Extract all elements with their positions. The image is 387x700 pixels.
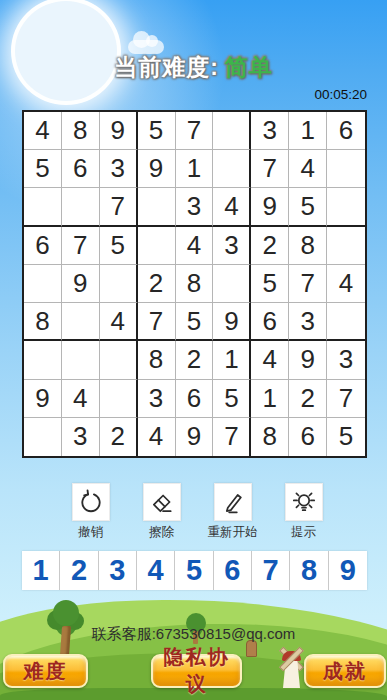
difficulty-label: 当前难度: xyxy=(114,54,219,80)
cell-r1c6[interactable] xyxy=(213,112,251,150)
cell-r7c7[interactable]: 4 xyxy=(251,341,289,379)
numpad-digit-7[interactable]: 7 xyxy=(252,551,290,590)
cell-r6c5[interactable]: 5 xyxy=(176,303,214,341)
cell-r1c5[interactable]: 7 xyxy=(176,112,214,150)
cell-r7c8[interactable]: 9 xyxy=(289,341,327,379)
cell-r2c7[interactable]: 7 xyxy=(251,150,289,188)
cell-r4c6[interactable]: 3 xyxy=(213,227,251,265)
cell-r1c7[interactable]: 3 xyxy=(251,112,289,150)
cell-r4c5[interactable]: 4 xyxy=(176,227,214,265)
cell-r5c6[interactable] xyxy=(213,265,251,303)
cell-r9c8[interactable]: 6 xyxy=(289,418,327,456)
cell-r5c7[interactable]: 5 xyxy=(251,265,289,303)
windmill-cap xyxy=(282,651,301,661)
cell-r3c3[interactable]: 7 xyxy=(100,188,138,226)
numpad-digit-6[interactable]: 6 xyxy=(214,551,252,590)
cell-r9c5[interactable]: 9 xyxy=(176,418,214,456)
cell-r1c2[interactable]: 8 xyxy=(62,112,100,150)
cell-r9c7[interactable]: 8 xyxy=(251,418,289,456)
bulb-icon xyxy=(285,483,323,521)
cell-r4c4[interactable] xyxy=(138,227,176,265)
achievement-button[interactable]: 成就 xyxy=(304,654,386,688)
number-pad: 123456789 xyxy=(22,551,367,590)
cell-r3c5[interactable]: 3 xyxy=(176,188,214,226)
cell-r1c9[interactable]: 6 xyxy=(327,112,365,150)
cell-r1c4[interactable]: 5 xyxy=(138,112,176,150)
eraser-icon xyxy=(143,483,181,521)
erase-button[interactable]: 擦除 xyxy=(131,483,193,541)
cell-r7c2[interactable] xyxy=(62,341,100,379)
cell-r6c8[interactable]: 3 xyxy=(289,303,327,341)
cell-r2c3[interactable]: 3 xyxy=(100,150,138,188)
hint-label: 提示 xyxy=(291,524,316,541)
cell-r8c5[interactable]: 6 xyxy=(176,380,214,418)
cell-r3c4[interactable] xyxy=(138,188,176,226)
cell-r9c2[interactable]: 3 xyxy=(62,418,100,456)
cell-r6c1[interactable]: 8 xyxy=(24,303,62,341)
cell-r4c9[interactable] xyxy=(327,227,365,265)
numpad-digit-8[interactable]: 8 xyxy=(290,551,328,590)
cell-r7c3[interactable] xyxy=(100,341,138,379)
cell-r4c8[interactable]: 8 xyxy=(289,227,327,265)
cell-r8c2[interactable]: 4 xyxy=(62,380,100,418)
cell-r9c4[interactable]: 4 xyxy=(138,418,176,456)
numpad-digit-9[interactable]: 9 xyxy=(329,551,367,590)
difficulty-button[interactable]: 难度 xyxy=(3,654,88,688)
numpad-digit-1[interactable]: 1 xyxy=(22,551,60,590)
privacy-policy-button[interactable]: 隐私协议 xyxy=(151,654,242,688)
cell-r2c1[interactable]: 5 xyxy=(24,150,62,188)
cell-r7c9[interactable]: 3 xyxy=(327,341,365,379)
difficulty-title: 当前难度:简单 xyxy=(0,52,387,83)
cell-r1c8[interactable]: 1 xyxy=(289,112,327,150)
cell-r2c6[interactable] xyxy=(213,150,251,188)
cell-r8c4[interactable]: 3 xyxy=(138,380,176,418)
cell-r8c8[interactable]: 2 xyxy=(289,380,327,418)
cell-r6c2[interactable] xyxy=(62,303,100,341)
cell-r4c7[interactable]: 2 xyxy=(251,227,289,265)
restart-button[interactable]: 重新开始 xyxy=(202,483,264,541)
hint-button[interactable]: 提示 xyxy=(273,483,335,541)
cell-r5c4[interactable]: 2 xyxy=(138,265,176,303)
cell-r8c3[interactable] xyxy=(100,380,138,418)
cell-r5c3[interactable] xyxy=(100,265,138,303)
cell-r3c2[interactable] xyxy=(62,188,100,226)
cell-r2c8[interactable]: 4 xyxy=(289,150,327,188)
cell-r5c9[interactable]: 4 xyxy=(327,265,365,303)
cell-r3c1[interactable] xyxy=(24,188,62,226)
cell-r9c3[interactable]: 2 xyxy=(100,418,138,456)
numpad-digit-2[interactable]: 2 xyxy=(60,551,98,590)
sudoku-board[interactable]: 4895731656391747349567543289285748475963… xyxy=(22,110,367,458)
cell-r9c6[interactable]: 7 xyxy=(213,418,251,456)
cell-r3c9[interactable] xyxy=(327,188,365,226)
cell-r5c8[interactable]: 7 xyxy=(289,265,327,303)
cell-r8c9[interactable]: 7 xyxy=(327,380,365,418)
cell-r6c6[interactable]: 9 xyxy=(213,303,251,341)
cell-r7c5[interactable]: 2 xyxy=(176,341,214,379)
cell-r1c1[interactable]: 4 xyxy=(24,112,62,150)
cell-r2c4[interactable]: 9 xyxy=(138,150,176,188)
windmill-body xyxy=(283,660,300,688)
cell-r8c7[interactable]: 1 xyxy=(251,380,289,418)
cell-r3c6[interactable]: 4 xyxy=(213,188,251,226)
pencil-icon xyxy=(214,483,252,521)
erase-label: 擦除 xyxy=(149,524,174,541)
cell-r8c6[interactable]: 5 xyxy=(213,380,251,418)
windmill-hub xyxy=(289,656,294,661)
cell-r2c9[interactable] xyxy=(327,150,365,188)
cell-r9c1[interactable] xyxy=(24,418,62,456)
cell-r9c9[interactable]: 5 xyxy=(327,418,365,456)
cell-r3c8[interactable]: 5 xyxy=(289,188,327,226)
numpad-digit-3[interactable]: 3 xyxy=(99,551,137,590)
tree-foliage xyxy=(53,600,79,626)
undo-button[interactable]: 撤销 xyxy=(60,483,122,541)
game-timer: 00:05:20 xyxy=(314,87,367,102)
cell-r3c7[interactable]: 9 xyxy=(251,188,289,226)
cell-r2c2[interactable]: 6 xyxy=(62,150,100,188)
cell-r5c5[interactable]: 8 xyxy=(176,265,214,303)
cell-r6c7[interactable]: 6 xyxy=(251,303,289,341)
cell-r8c1[interactable]: 9 xyxy=(24,380,62,418)
cell-r7c6[interactable]: 1 xyxy=(213,341,251,379)
restart-label: 重新开始 xyxy=(208,524,258,541)
cell-r6c9[interactable] xyxy=(327,303,365,341)
numpad-digit-5[interactable]: 5 xyxy=(175,551,213,590)
cell-r2c5[interactable]: 1 xyxy=(176,150,214,188)
cell-r7c4[interactable]: 8 xyxy=(138,341,176,379)
undo-icon xyxy=(72,483,110,521)
cell-r4c2[interactable]: 7 xyxy=(62,227,100,265)
cell-r5c1[interactable] xyxy=(24,265,62,303)
cell-r5c2[interactable]: 9 xyxy=(62,265,100,303)
difficulty-value: 简单 xyxy=(225,54,273,80)
sudoku-app-screen: 当前难度:简单 00:05:20 48957316563917473495675… xyxy=(0,0,387,700)
cell-r4c1[interactable]: 6 xyxy=(24,227,62,265)
cell-r6c4[interactable]: 7 xyxy=(138,303,176,341)
numpad-digit-4[interactable]: 4 xyxy=(137,551,175,590)
cell-r1c3[interactable]: 9 xyxy=(100,112,138,150)
undo-label: 撤销 xyxy=(78,524,103,541)
cell-r6c3[interactable]: 4 xyxy=(100,303,138,341)
cell-r4c3[interactable]: 5 xyxy=(100,227,138,265)
contact-support-text: 联系客服:673530815@qq.com xyxy=(0,625,387,644)
cell-r7c1[interactable] xyxy=(24,341,62,379)
toolbar: 撤销 擦除 重新开始 xyxy=(7,483,387,541)
